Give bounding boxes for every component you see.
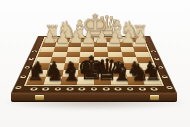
inlay-dot <box>30 87 37 90</box>
inlay-dot <box>28 58 34 60</box>
square-f8: ♝ <box>60 77 78 85</box>
square-c2: ♟ <box>107 42 121 47</box>
inlay-dot <box>32 51 37 53</box>
inlay-dot <box>158 66 164 68</box>
square-h8: ♜ <box>26 77 45 85</box>
piece-white-bishop: ♝ <box>107 18 120 42</box>
piece-white-queen: ♛ <box>94 13 107 42</box>
piece-white-rook: ♜ <box>44 22 57 41</box>
inlay-dot <box>162 76 169 79</box>
inlay-dot <box>139 87 146 90</box>
inlay-dot <box>79 87 86 90</box>
square-c5 <box>108 57 123 63</box>
square-b8: ♞ <box>126 77 144 85</box>
square-a7: ♟ <box>140 70 158 77</box>
square-h2: ♟ <box>42 42 56 47</box>
square-d7: ♟ <box>94 70 110 77</box>
inlay-dot <box>15 86 22 89</box>
square-e8: ♚ <box>77 77 94 85</box>
inlay-dot <box>154 58 160 60</box>
square-f7: ♟ <box>62 70 79 77</box>
inlay-dot <box>42 87 49 90</box>
square-g8: ♞ <box>43 77 61 85</box>
inlay-dot <box>54 87 61 90</box>
square-d5 <box>94 57 109 63</box>
inlay-dot <box>127 87 134 90</box>
square-a8: ♜ <box>142 77 161 85</box>
square-e7: ♟ <box>78 70 94 77</box>
square-f5 <box>65 57 80 63</box>
inlay-dot <box>24 66 30 68</box>
square-a2: ♟ <box>132 42 146 47</box>
chess-board-frame: ♜♞♝♚♛♝♞♜♟♟♟♟♟♟♟♟♟♟♟♟♟♟♟♟♜♞♝♚♛♝♞♜ <box>11 36 177 93</box>
square-d2: ♟ <box>94 42 107 47</box>
brass-hinge-right <box>150 95 159 100</box>
inlay-dot <box>151 87 158 90</box>
square-g5 <box>50 57 66 63</box>
square-e5 <box>79 57 94 63</box>
board-perspective-wrapper: ♜♞♝♚♛♝♞♜♟♟♟♟♟♟♟♟♟♟♟♟♟♟♟♟♜♞♝♚♛♝♞♜ <box>11 0 177 93</box>
square-e2: ♟ <box>81 42 94 47</box>
inlay-dot <box>103 87 110 90</box>
photo-background: ♜♞♝♚♛♝♞♜♟♟♟♟♟♟♟♟♟♟♟♟♟♟♟♟♜♞♝♚♛♝♞♜ <box>0 0 190 127</box>
inlay-dot <box>91 87 97 90</box>
brass-hinge-left <box>35 95 44 100</box>
piece-white-rook: ♜ <box>132 22 145 41</box>
inlay-dot <box>151 51 156 53</box>
inlay-dot <box>115 87 122 90</box>
frame-front-inlay-dots <box>30 87 159 91</box>
inlay-dot <box>20 76 27 79</box>
square-c7: ♟ <box>109 70 126 77</box>
box-front-edge <box>11 92 177 102</box>
piece-white-bishop: ♝ <box>69 18 82 42</box>
inlay-dot <box>166 86 173 89</box>
square-g2: ♟ <box>55 42 69 47</box>
piece-white-king: ♚ <box>81 10 94 41</box>
square-h5 <box>35 57 52 63</box>
chess-board-grid: ♜♞♝♚♛♝♞♜♟♟♟♟♟♟♟♟♟♟♟♟♟♟♟♟♜♞♝♚♛♝♞♜ <box>24 37 164 86</box>
square-f2: ♟ <box>68 42 82 47</box>
square-a5 <box>136 57 153 63</box>
piece-white-knight: ♞ <box>56 19 69 42</box>
inlay-dot <box>66 87 73 90</box>
square-c8: ♝ <box>110 77 128 85</box>
square-g7: ♟ <box>46 70 64 77</box>
square-d8: ♛ <box>94 77 111 85</box>
